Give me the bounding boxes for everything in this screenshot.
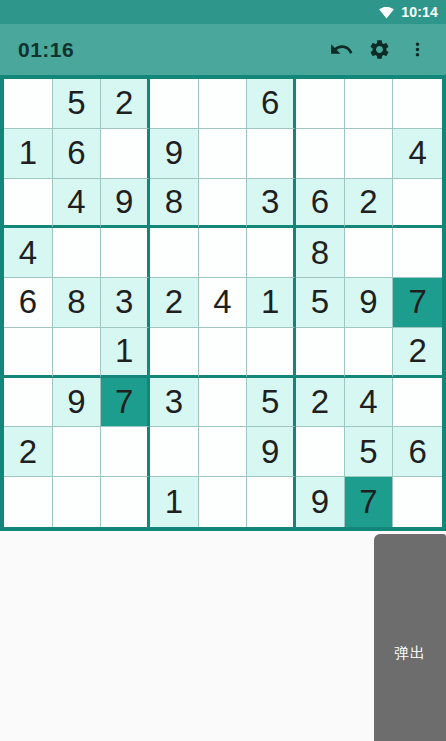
cell-r6c1[interactable] [4, 328, 53, 378]
cell-r5c1[interactable]: 6 [4, 278, 53, 328]
cell-r7c6[interactable]: 5 [247, 378, 296, 428]
cell-r6c4[interactable] [150, 328, 199, 378]
cell-r1c9[interactable] [393, 79, 442, 129]
cell-r9c5[interactable] [199, 477, 248, 527]
cell-r9c9[interactable] [393, 477, 442, 527]
cell-r3c1[interactable] [4, 179, 53, 229]
cell-r8c3[interactable] [101, 427, 150, 477]
wifi-icon [378, 5, 395, 20]
undo-button[interactable] [322, 30, 360, 70]
app-bar: 01:16 [0, 24, 446, 75]
cell-r4c2[interactable] [53, 228, 102, 278]
cell-r8c6[interactable]: 9 [247, 427, 296, 477]
more-vert-icon [407, 39, 428, 60]
cell-r5c5[interactable]: 4 [199, 278, 248, 328]
cell-r8c9[interactable]: 6 [393, 427, 442, 477]
status-bar: 10:14 [0, 0, 446, 24]
cell-r2c5[interactable] [199, 129, 248, 179]
cell-r1c1[interactable] [4, 79, 53, 129]
cell-r3c4[interactable]: 8 [150, 179, 199, 229]
cell-r3c5[interactable] [199, 179, 248, 229]
cell-r7c8[interactable]: 4 [345, 378, 394, 428]
cell-r3c9[interactable] [393, 179, 442, 229]
cell-r5c2[interactable]: 8 [53, 278, 102, 328]
cell-r8c5[interactable] [199, 427, 248, 477]
gear-icon [368, 38, 391, 61]
cell-r9c3[interactable] [101, 477, 150, 527]
game-timer: 01:16 [18, 38, 74, 62]
cell-r9c1[interactable] [4, 477, 53, 527]
cell-r2c9[interactable]: 4 [393, 129, 442, 179]
cell-r5c4[interactable]: 2 [150, 278, 199, 328]
cell-r6c2[interactable] [53, 328, 102, 378]
popout-panel[interactable]: 弹出 [374, 534, 446, 741]
cell-r7c4[interactable]: 3 [150, 378, 199, 428]
cell-r4c4[interactable] [150, 228, 199, 278]
cell-r4c7[interactable]: 8 [296, 228, 345, 278]
cell-r6c6[interactable] [247, 328, 296, 378]
cell-r8c4[interactable] [150, 427, 199, 477]
cell-r9c6[interactable] [247, 477, 296, 527]
popout-label: 弹出 [394, 644, 426, 663]
bottom-area: 弹出 [0, 531, 446, 741]
cell-r6c8[interactable] [345, 328, 394, 378]
cell-r2c4[interactable]: 9 [150, 129, 199, 179]
sudoku-grid: 526169449836248683241597129735242956197 [0, 75, 446, 531]
cell-r5c6[interactable]: 1 [247, 278, 296, 328]
cell-r1c5[interactable] [199, 79, 248, 129]
cell-r3c7[interactable]: 6 [296, 179, 345, 229]
cell-r4c6[interactable] [247, 228, 296, 278]
cell-r9c2[interactable] [53, 477, 102, 527]
cell-r7c2[interactable]: 9 [53, 378, 102, 428]
cell-r1c8[interactable] [345, 79, 394, 129]
cell-r8c2[interactable] [53, 427, 102, 477]
cell-r6c9[interactable]: 2 [393, 328, 442, 378]
cell-r2c6[interactable] [247, 129, 296, 179]
cell-r8c1[interactable]: 2 [4, 427, 53, 477]
cell-r1c2[interactable]: 5 [53, 79, 102, 129]
cell-r6c5[interactable] [199, 328, 248, 378]
settings-button[interactable] [360, 30, 398, 70]
status-time: 10:14 [401, 4, 438, 20]
cell-r2c2[interactable]: 6 [53, 129, 102, 179]
cell-r5c3[interactable]: 3 [101, 278, 150, 328]
cell-r6c7[interactable] [296, 328, 345, 378]
undo-icon [329, 37, 354, 62]
cell-r7c3[interactable]: 7 [101, 378, 150, 428]
cell-r7c5[interactable] [199, 378, 248, 428]
cell-r4c5[interactable] [199, 228, 248, 278]
cell-r7c9[interactable] [393, 378, 442, 428]
cell-r1c3[interactable]: 2 [101, 79, 150, 129]
cell-r1c4[interactable] [150, 79, 199, 129]
cell-r3c3[interactable]: 9 [101, 179, 150, 229]
cell-r5c8[interactable]: 9 [345, 278, 394, 328]
cell-r1c6[interactable]: 6 [247, 79, 296, 129]
cell-r6c3[interactable]: 1 [101, 328, 150, 378]
cell-r8c7[interactable] [296, 427, 345, 477]
overflow-menu-button[interactable] [398, 30, 436, 70]
cell-r9c4[interactable]: 1 [150, 477, 199, 527]
cell-r2c1[interactable]: 1 [4, 129, 53, 179]
cell-r3c6[interactable]: 3 [247, 179, 296, 229]
cell-r4c3[interactable] [101, 228, 150, 278]
cell-r4c8[interactable] [345, 228, 394, 278]
cell-r3c8[interactable]: 2 [345, 179, 394, 229]
cell-r2c3[interactable] [101, 129, 150, 179]
cell-r2c7[interactable] [296, 129, 345, 179]
cell-r4c9[interactable] [393, 228, 442, 278]
cell-r5c9[interactable]: 7 [393, 278, 442, 328]
cell-r9c8[interactable]: 7 [345, 477, 394, 527]
cell-r5c7[interactable]: 5 [296, 278, 345, 328]
cell-r7c7[interactable]: 2 [296, 378, 345, 428]
cell-r7c1[interactable] [4, 378, 53, 428]
cell-r1c7[interactable] [296, 79, 345, 129]
cell-r8c8[interactable]: 5 [345, 427, 394, 477]
cell-r3c2[interactable]: 4 [53, 179, 102, 229]
cell-r4c1[interactable]: 4 [4, 228, 53, 278]
cell-r2c8[interactable] [345, 129, 394, 179]
cell-r9c7[interactable]: 9 [296, 477, 345, 527]
